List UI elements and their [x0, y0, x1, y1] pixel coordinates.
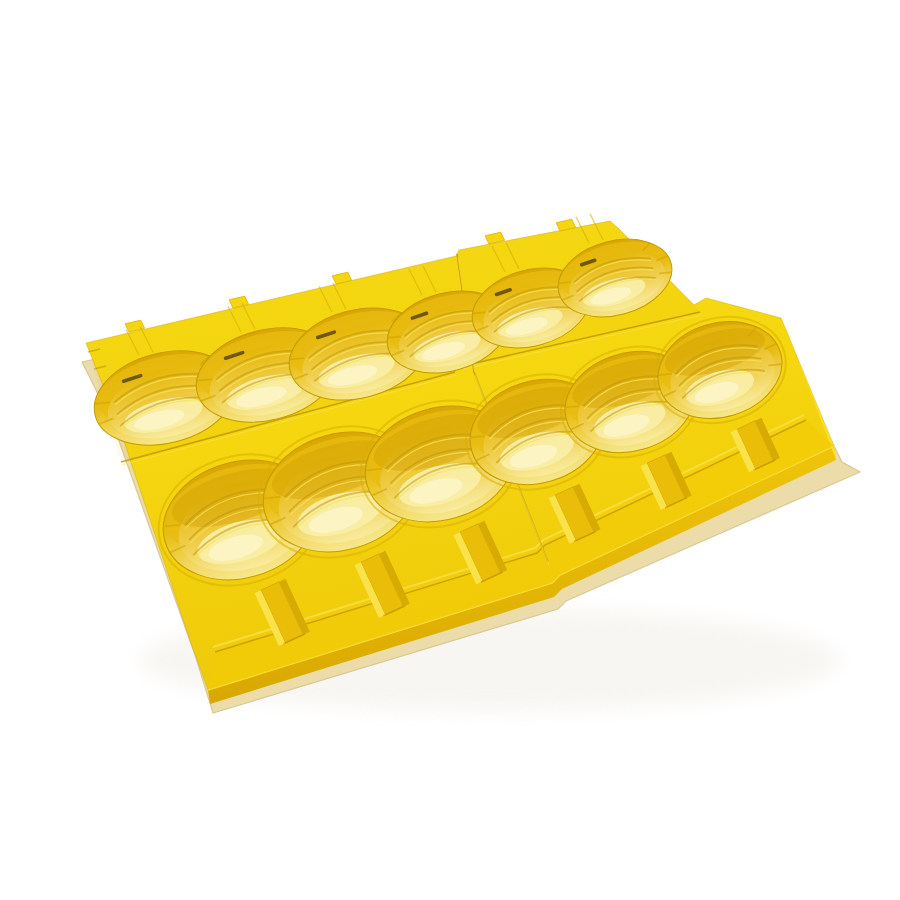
product-photo-canvas [0, 0, 900, 900]
mold-product-photo [0, 0, 900, 900]
mold-assembly [82, 214, 860, 713]
